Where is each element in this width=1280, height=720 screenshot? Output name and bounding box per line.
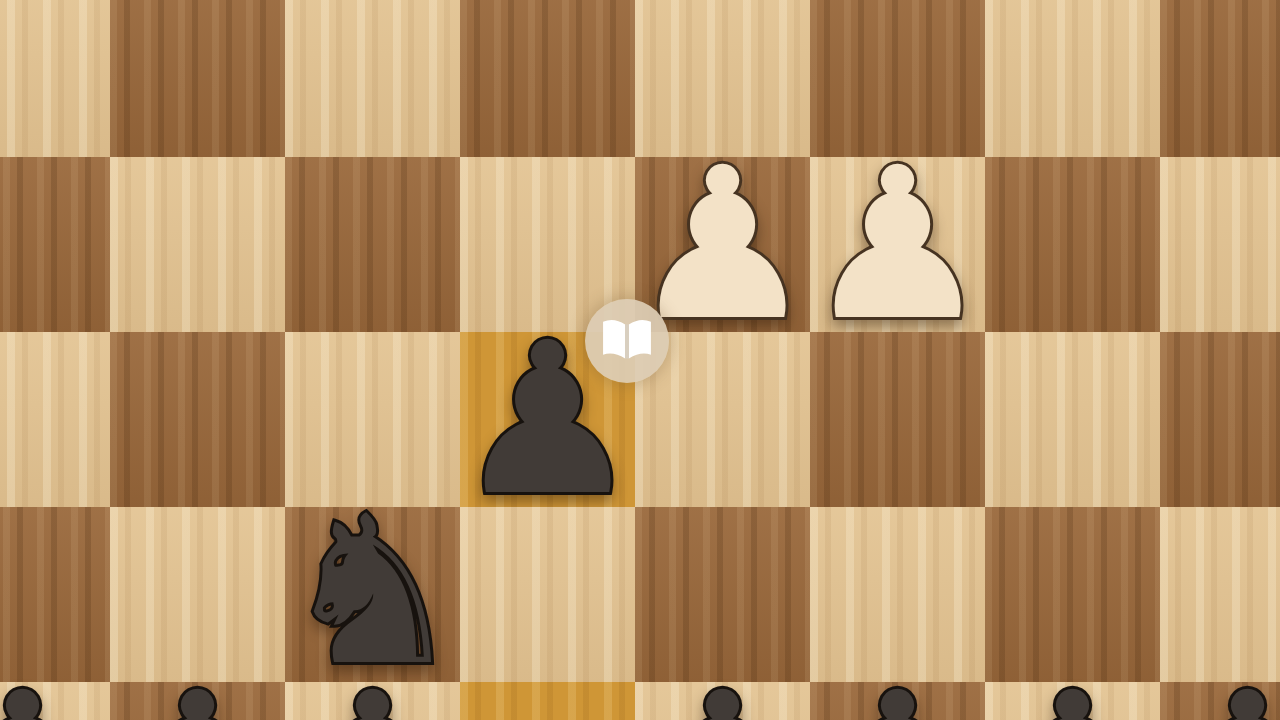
chess-board-viewport: ♜♞♝♚♛♝♞♜♟♟♟♟♟♟♟♟♟♞♟♟♟♟♟♟♟♜♝♚♛♝♞♜ (0, 0, 1280, 720)
square-g7[interactable]: ♟ (110, 682, 285, 720)
piece-black-pawn-f7[interactable]: ♟ (278, 665, 466, 720)
piece-black-pawn-g7[interactable]: ♟ (103, 665, 291, 720)
piece-black-pawn-h7[interactable]: ♟ (0, 665, 117, 720)
square-c4[interactable]: ♟ (810, 157, 985, 332)
square-a7[interactable]: ♟ (1160, 682, 1280, 720)
square-d4[interactable]: ♟ (635, 157, 810, 332)
square-e6[interactable] (460, 507, 635, 682)
square-f3[interactable] (285, 0, 460, 157)
square-g3[interactable] (110, 0, 285, 157)
piece-black-pawn-a7[interactable]: ♟ (1153, 665, 1280, 720)
square-f7[interactable]: ♟ (285, 682, 460, 720)
square-h3[interactable] (0, 0, 110, 157)
square-c7[interactable]: ♟ (810, 682, 985, 720)
square-f4[interactable] (285, 157, 460, 332)
square-e7[interactable] (460, 682, 635, 720)
square-b4[interactable] (985, 157, 1160, 332)
piece-black-pawn-b7[interactable]: ♟ (978, 665, 1166, 720)
square-b5[interactable] (985, 332, 1160, 507)
square-b3[interactable] (985, 0, 1160, 157)
square-d7[interactable]: ♟ (635, 682, 810, 720)
square-a4[interactable] (1160, 157, 1280, 332)
square-a3[interactable] (1160, 0, 1280, 157)
piece-black-pawn-d7[interactable]: ♟ (628, 665, 816, 720)
square-c5[interactable] (810, 332, 985, 507)
square-h4[interactable] (0, 157, 110, 332)
open-book-glyph (599, 318, 655, 364)
square-e3[interactable] (460, 0, 635, 157)
square-h5[interactable] (0, 332, 110, 507)
square-g5[interactable] (110, 332, 285, 507)
square-g4[interactable] (110, 157, 285, 332)
square-b7[interactable]: ♟ (985, 682, 1160, 720)
square-a5[interactable] (1160, 332, 1280, 507)
square-h7[interactable]: ♟ (0, 682, 110, 720)
book-icon (585, 299, 669, 383)
piece-white-pawn-c4[interactable]: ♟ (803, 140, 991, 350)
piece-black-pawn-c7[interactable]: ♟ (803, 665, 991, 720)
